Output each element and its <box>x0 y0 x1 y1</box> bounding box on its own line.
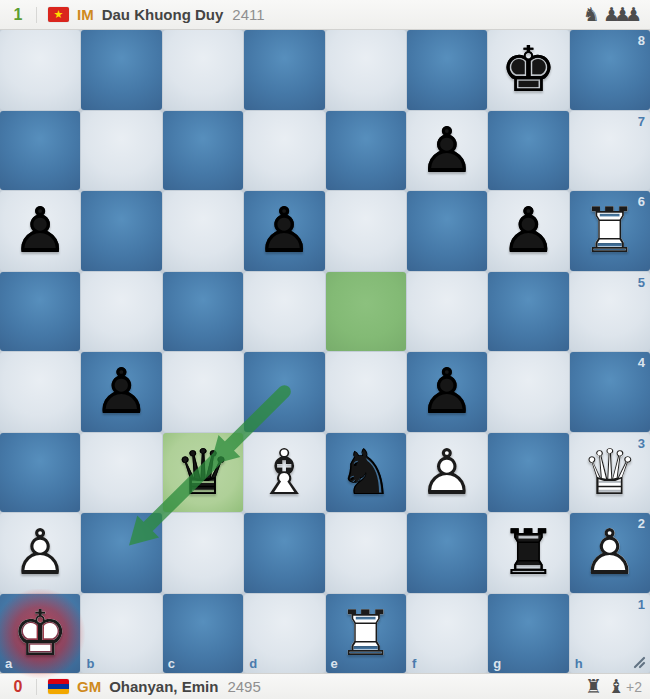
square-e1[interactable]: ♜♖e <box>326 594 406 674</box>
square-c5[interactable] <box>163 272 243 352</box>
square-c1[interactable]: c <box>163 594 243 674</box>
bottom-player-score: 0 <box>0 678 36 696</box>
rank-label-3: 3 <box>638 437 645 450</box>
file-label-f: f <box>412 657 416 670</box>
square-d1[interactable]: d <box>244 594 324 674</box>
square-f6[interactable] <box>407 191 487 271</box>
piece-black-n-e3[interactable]: ♞♘ <box>326 433 406 513</box>
bottom-player-title: GM <box>77 678 101 695</box>
square-h8[interactable]: 8 <box>570 30 650 110</box>
top-player-title: IM <box>77 6 94 23</box>
bar-divider <box>36 7 37 23</box>
file-label-g: g <box>493 657 501 670</box>
square-e5[interactable] <box>326 272 406 352</box>
square-d6[interactable]: ♟♙ <box>244 191 324 271</box>
bottom-captured-pieces: ♜ ♝ +2 <box>585 677 650 696</box>
square-d3[interactable]: ♝♗ <box>244 433 324 513</box>
top-captured-pieces: ♞ ♟♟♟ <box>583 5 650 24</box>
square-c2[interactable] <box>163 513 243 593</box>
piece-black-p-d6[interactable]: ♟♙ <box>244 191 324 271</box>
square-c7[interactable] <box>163 111 243 191</box>
square-g6[interactable]: ♟♙ <box>488 191 568 271</box>
square-a7[interactable] <box>0 111 80 191</box>
square-a2[interactable]: ♟♙ <box>0 513 80 593</box>
file-label-b: b <box>86 657 94 670</box>
square-b2[interactable] <box>81 513 161 593</box>
bottom-player-name: Ohanyan, Emin <box>109 678 218 695</box>
square-c6[interactable] <box>163 191 243 271</box>
rank-label-5: 5 <box>638 276 645 289</box>
square-h5[interactable]: 5 <box>570 272 650 352</box>
rank-label-6: 6 <box>638 195 645 208</box>
square-f2[interactable] <box>407 513 487 593</box>
square-a8[interactable] <box>0 30 80 110</box>
square-c3[interactable]: ♛♕ <box>163 433 243 513</box>
chess-board[interactable]: ♚♔8♟♙7♟♙♟♙♟♙♜♖65♟♙♟♙4♛♕♝♗♞♘♟♙♛♕3♟♙♜♖♟♙2♚… <box>0 30 650 673</box>
square-b1[interactable]: b <box>81 594 161 674</box>
square-c8[interactable] <box>163 30 243 110</box>
captured-bishop-icon: ♝ <box>608 677 625 696</box>
square-h2[interactable]: ♟♙2 <box>570 513 650 593</box>
square-a3[interactable] <box>0 433 80 513</box>
square-a4[interactable] <box>0 352 80 432</box>
square-h3[interactable]: ♛♕3 <box>570 433 650 513</box>
square-e4[interactable] <box>326 352 406 432</box>
square-g4[interactable] <box>488 352 568 432</box>
square-g8[interactable]: ♚♔ <box>488 30 568 110</box>
square-f1[interactable]: f <box>407 594 487 674</box>
square-f3[interactable]: ♟♙ <box>407 433 487 513</box>
square-g1[interactable]: g <box>488 594 568 674</box>
bottom-player-bar: 0 GM Ohanyan, Emin 2495 ♜ ♝ +2 <box>0 673 650 699</box>
square-d2[interactable] <box>244 513 324 593</box>
piece-black-p-f7[interactable]: ♟♙ <box>407 111 487 191</box>
top-player-score: 1 <box>0 6 36 24</box>
square-b5[interactable] <box>81 272 161 352</box>
piece-black-p-f4[interactable]: ♟♙ <box>407 352 487 432</box>
piece-white-p-a2[interactable]: ♟♙ <box>0 513 80 593</box>
square-h7[interactable]: 7 <box>570 111 650 191</box>
square-f8[interactable] <box>407 30 487 110</box>
square-b8[interactable] <box>81 30 161 110</box>
piece-white-p-f3[interactable]: ♟♙ <box>407 433 487 513</box>
file-label-a: a <box>5 657 12 670</box>
piece-black-p-b4[interactable]: ♟♙ <box>81 352 161 432</box>
square-g5[interactable] <box>488 272 568 352</box>
square-d4[interactable] <box>244 352 324 432</box>
captured-pawns-icon: ♟♟♟ <box>603 5 642 24</box>
piece-black-q-c3[interactable]: ♛♕ <box>163 433 243 513</box>
rank-label-7: 7 <box>638 115 645 128</box>
square-a6[interactable]: ♟♙ <box>0 191 80 271</box>
piece-black-k-g8[interactable]: ♚♔ <box>488 30 568 110</box>
square-f4[interactable]: ♟♙ <box>407 352 487 432</box>
piece-black-p-a6[interactable]: ♟♙ <box>0 191 80 271</box>
square-e6[interactable] <box>326 191 406 271</box>
bar-divider <box>36 679 37 695</box>
board-resize-handle[interactable] <box>629 652 647 670</box>
square-d7[interactable] <box>244 111 324 191</box>
square-d5[interactable] <box>244 272 324 352</box>
square-f7[interactable]: ♟♙ <box>407 111 487 191</box>
square-b7[interactable] <box>81 111 161 191</box>
square-e7[interactable] <box>326 111 406 191</box>
square-e8[interactable] <box>326 30 406 110</box>
captured-rook-icon: ♜ <box>585 677 602 696</box>
square-e2[interactable] <box>326 513 406 593</box>
file-label-e: e <box>331 657 338 670</box>
square-h6[interactable]: ♜♖6 <box>570 191 650 271</box>
square-b4[interactable]: ♟♙ <box>81 352 161 432</box>
rank-label-4: 4 <box>638 356 645 369</box>
square-d8[interactable] <box>244 30 324 110</box>
rank-label-8: 8 <box>638 34 645 47</box>
piece-white-b-d3[interactable]: ♝♗ <box>244 433 324 513</box>
square-b6[interactable] <box>81 191 161 271</box>
rank-label-2: 2 <box>638 517 645 530</box>
piece-black-r-g2[interactable]: ♜♖ <box>488 513 568 593</box>
file-label-d: d <box>249 657 257 670</box>
top-player-bar: 1 ★ IM Dau Khuong Duy 2411 ♞ ♟♟♟ <box>0 0 650 30</box>
square-e3[interactable]: ♞♘ <box>326 433 406 513</box>
square-c4[interactable] <box>163 352 243 432</box>
file-label-h: h <box>575 657 583 670</box>
flag-star-icon: ★ <box>54 9 64 20</box>
rank-label-1: 1 <box>638 598 645 611</box>
square-a5[interactable] <box>0 272 80 352</box>
square-b3[interactable] <box>81 433 161 513</box>
bottom-player-rating: 2495 <box>227 678 260 695</box>
file-label-c: c <box>168 657 175 670</box>
square-g3[interactable] <box>488 433 568 513</box>
armenia-flag-icon <box>48 679 69 694</box>
square-g2[interactable]: ♜♖ <box>488 513 568 593</box>
square-g7[interactable] <box>488 111 568 191</box>
top-player-rating: 2411 <box>232 6 264 23</box>
square-h4[interactable]: 4 <box>570 352 650 432</box>
square-a1[interactable]: ♚♔a <box>0 594 80 674</box>
square-f5[interactable] <box>407 272 487 352</box>
material-advantage: +2 <box>626 680 642 694</box>
piece-black-p-g6[interactable]: ♟♙ <box>488 191 568 271</box>
captured-knight-icon: ♞ <box>583 5 600 24</box>
top-player-name: Dau Khuong Duy <box>102 6 224 23</box>
vietnam-flag-icon: ★ <box>48 7 69 22</box>
